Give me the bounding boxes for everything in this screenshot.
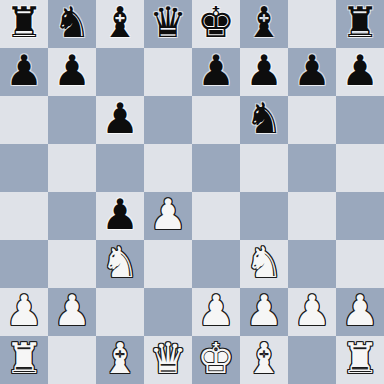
square-a3[interactable] xyxy=(0,240,48,288)
square-g6[interactable] xyxy=(288,96,336,144)
piece-white-rook[interactable]: ♜ xyxy=(5,335,43,383)
square-h8[interactable]: ♜ xyxy=(336,0,384,48)
piece-white-knight[interactable]: ♞ xyxy=(245,239,283,287)
square-d1[interactable]: ♛ xyxy=(144,336,192,384)
piece-black-knight[interactable]: ♞ xyxy=(245,95,283,143)
square-e2[interactable]: ♟ xyxy=(192,288,240,336)
square-h4[interactable] xyxy=(336,192,384,240)
square-e6[interactable] xyxy=(192,96,240,144)
square-a8[interactable]: ♜ xyxy=(0,0,48,48)
square-b7[interactable]: ♟ xyxy=(48,48,96,96)
square-a6[interactable] xyxy=(0,96,48,144)
piece-black-pawn[interactable]: ♟ xyxy=(293,47,331,95)
square-b4[interactable] xyxy=(48,192,96,240)
square-d5[interactable] xyxy=(144,144,192,192)
piece-white-king[interactable]: ♚ xyxy=(197,335,235,383)
square-a1[interactable]: ♜ xyxy=(0,336,48,384)
square-d4[interactable]: ♟ xyxy=(144,192,192,240)
square-g2[interactable]: ♟ xyxy=(288,288,336,336)
piece-black-pawn[interactable]: ♟ xyxy=(5,47,43,95)
square-h7[interactable]: ♟ xyxy=(336,48,384,96)
square-b2[interactable]: ♟ xyxy=(48,288,96,336)
piece-black-pawn[interactable]: ♟ xyxy=(341,47,379,95)
piece-white-pawn[interactable]: ♟ xyxy=(245,287,283,335)
piece-black-rook[interactable]: ♜ xyxy=(341,0,379,47)
piece-white-pawn[interactable]: ♟ xyxy=(149,191,187,239)
square-c8[interactable]: ♝ xyxy=(96,0,144,48)
square-f8[interactable]: ♝ xyxy=(240,0,288,48)
square-c4[interactable]: ♟ xyxy=(96,192,144,240)
square-g1[interactable] xyxy=(288,336,336,384)
square-f1[interactable]: ♝ xyxy=(240,336,288,384)
piece-white-pawn[interactable]: ♟ xyxy=(5,287,43,335)
square-g5[interactable] xyxy=(288,144,336,192)
square-b3[interactable] xyxy=(48,240,96,288)
square-e5[interactable] xyxy=(192,144,240,192)
piece-black-pawn[interactable]: ♟ xyxy=(245,47,283,95)
square-a7[interactable]: ♟ xyxy=(0,48,48,96)
square-d2[interactable] xyxy=(144,288,192,336)
piece-black-bishop[interactable]: ♝ xyxy=(101,0,139,47)
piece-white-bishop[interactable]: ♝ xyxy=(101,335,139,383)
square-e3[interactable] xyxy=(192,240,240,288)
square-a5[interactable] xyxy=(0,144,48,192)
square-c1[interactable]: ♝ xyxy=(96,336,144,384)
square-e4[interactable] xyxy=(192,192,240,240)
piece-white-pawn[interactable]: ♟ xyxy=(293,287,331,335)
square-g3[interactable] xyxy=(288,240,336,288)
square-f2[interactable]: ♟ xyxy=(240,288,288,336)
square-a4[interactable] xyxy=(0,192,48,240)
square-b6[interactable] xyxy=(48,96,96,144)
square-b5[interactable] xyxy=(48,144,96,192)
square-h3[interactable] xyxy=(336,240,384,288)
square-e1[interactable]: ♚ xyxy=(192,336,240,384)
chess-board: ♜♞♝♛♚♝♜♟♟♟♟♟♟♟♞♟♟♞♞♟♟♟♟♟♟♜♝♛♚♝♜ xyxy=(0,0,384,384)
piece-white-rook[interactable]: ♜ xyxy=(341,335,379,383)
square-c7[interactable] xyxy=(96,48,144,96)
square-c5[interactable] xyxy=(96,144,144,192)
square-c6[interactable]: ♟ xyxy=(96,96,144,144)
square-c2[interactable] xyxy=(96,288,144,336)
square-h2[interactable]: ♟ xyxy=(336,288,384,336)
piece-black-pawn[interactable]: ♟ xyxy=(101,95,139,143)
square-e7[interactable]: ♟ xyxy=(192,48,240,96)
square-a2[interactable]: ♟ xyxy=(0,288,48,336)
square-d7[interactable] xyxy=(144,48,192,96)
square-g7[interactable]: ♟ xyxy=(288,48,336,96)
square-f5[interactable] xyxy=(240,144,288,192)
square-g4[interactable] xyxy=(288,192,336,240)
square-b1[interactable] xyxy=(48,336,96,384)
piece-white-pawn[interactable]: ♟ xyxy=(341,287,379,335)
square-e8[interactable]: ♚ xyxy=(192,0,240,48)
piece-black-knight[interactable]: ♞ xyxy=(53,0,91,47)
square-h6[interactable] xyxy=(336,96,384,144)
square-c3[interactable]: ♞ xyxy=(96,240,144,288)
square-d6[interactable] xyxy=(144,96,192,144)
piece-black-pawn[interactable]: ♟ xyxy=(101,191,139,239)
piece-black-rook[interactable]: ♜ xyxy=(5,0,43,47)
piece-white-queen[interactable]: ♛ xyxy=(149,335,187,383)
square-g8[interactable] xyxy=(288,0,336,48)
piece-white-pawn[interactable]: ♟ xyxy=(197,287,235,335)
square-f7[interactable]: ♟ xyxy=(240,48,288,96)
piece-black-pawn[interactable]: ♟ xyxy=(53,47,91,95)
square-f6[interactable]: ♞ xyxy=(240,96,288,144)
piece-black-queen[interactable]: ♛ xyxy=(149,0,187,47)
square-h5[interactable] xyxy=(336,144,384,192)
square-d8[interactable]: ♛ xyxy=(144,0,192,48)
piece-black-king[interactable]: ♚ xyxy=(197,0,235,47)
piece-black-bishop[interactable]: ♝ xyxy=(245,0,283,47)
square-h1[interactable]: ♜ xyxy=(336,336,384,384)
square-d3[interactable] xyxy=(144,240,192,288)
piece-white-bishop[interactable]: ♝ xyxy=(245,335,283,383)
square-f4[interactable] xyxy=(240,192,288,240)
piece-black-pawn[interactable]: ♟ xyxy=(197,47,235,95)
piece-white-knight[interactable]: ♞ xyxy=(101,239,139,287)
square-b8[interactable]: ♞ xyxy=(48,0,96,48)
piece-white-pawn[interactable]: ♟ xyxy=(53,287,91,335)
square-f3[interactable]: ♞ xyxy=(240,240,288,288)
